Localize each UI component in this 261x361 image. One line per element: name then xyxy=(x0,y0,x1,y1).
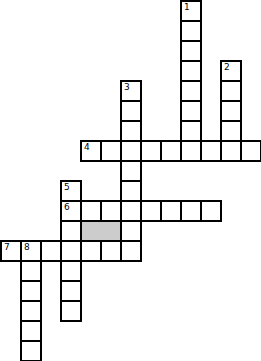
cell-r8c6[interactable] xyxy=(120,160,142,182)
cell-r7c7[interactable] xyxy=(140,140,162,162)
cell-r10c7[interactable] xyxy=(140,200,162,222)
cell-r7c9[interactable] xyxy=(180,140,202,162)
cell-r5c9[interactable] xyxy=(180,100,202,122)
cell-r6c9[interactable] xyxy=(180,120,202,142)
cell-r3c9[interactable] xyxy=(180,60,202,82)
cell-r4c9[interactable] xyxy=(180,80,202,102)
cell-r12c3[interactable] xyxy=(60,240,82,262)
cell-r10c4[interactable] xyxy=(80,200,102,222)
cell-r7c10[interactable] xyxy=(200,140,222,162)
cell-r7c8[interactable] xyxy=(160,140,182,162)
blocked-cell xyxy=(80,220,122,242)
cell-r4c6[interactable] xyxy=(120,80,142,102)
cell-r12c1[interactable] xyxy=(20,240,42,262)
cell-r13c1[interactable] xyxy=(20,260,42,282)
cell-r7c12[interactable] xyxy=(240,140,261,162)
cell-r10c8[interactable] xyxy=(160,200,182,222)
crossword-board: 12345678 xyxy=(0,0,261,361)
cell-r3c11[interactable] xyxy=(220,60,242,82)
cell-r15c1[interactable] xyxy=(20,300,42,322)
cell-r10c6[interactable] xyxy=(120,200,142,222)
cell-r12c5[interactable] xyxy=(100,240,122,262)
cell-r12c4[interactable] xyxy=(80,240,102,262)
cell-r17c1[interactable] xyxy=(20,340,42,361)
cell-r10c3[interactable] xyxy=(60,200,82,222)
cell-r12c0[interactable] xyxy=(0,240,22,262)
cell-r15c3[interactable] xyxy=(60,300,82,322)
cell-r7c4[interactable] xyxy=(80,140,102,162)
cell-r10c9[interactable] xyxy=(180,200,202,222)
cell-r6c11[interactable] xyxy=(220,120,242,142)
cell-r2c9[interactable] xyxy=(180,40,202,62)
crossword-page: 12345678 xyxy=(0,0,261,361)
cell-r5c11[interactable] xyxy=(220,100,242,122)
cell-r11c6[interactable] xyxy=(120,220,142,242)
cell-r9c3[interactable] xyxy=(60,180,82,202)
cell-r11c3[interactable] xyxy=(60,220,82,242)
cell-r16c1[interactable] xyxy=(20,320,42,342)
cell-r13c3[interactable] xyxy=(60,260,82,282)
cell-r9c6[interactable] xyxy=(120,180,142,202)
cell-r14c3[interactable] xyxy=(60,280,82,302)
cell-r1c9[interactable] xyxy=(180,20,202,42)
cell-r7c5[interactable] xyxy=(100,140,122,162)
cell-r12c2[interactable] xyxy=(40,240,62,262)
cell-r7c6[interactable] xyxy=(120,140,142,162)
cell-r10c5[interactable] xyxy=(100,200,122,222)
cell-r4c11[interactable] xyxy=(220,80,242,102)
cell-r14c1[interactable] xyxy=(20,280,42,302)
cell-r0c9[interactable] xyxy=(180,0,202,22)
cell-r10c10[interactable] xyxy=(200,200,222,222)
cell-r7c11[interactable] xyxy=(220,140,242,162)
cell-r6c6[interactable] xyxy=(120,120,142,142)
cell-r5c6[interactable] xyxy=(120,100,142,122)
cell-r12c6[interactable] xyxy=(120,240,142,262)
